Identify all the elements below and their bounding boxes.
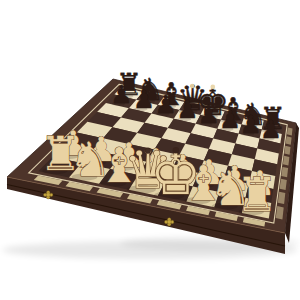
piece-black-pawn-c7: ♟ (155, 90, 177, 119)
finial-dot (173, 147, 179, 153)
border-inlay-dash (286, 136, 292, 144)
piece-black-pawn-g7: ♟ (239, 110, 261, 139)
piece-black-pawn-b7: ♟ (133, 85, 155, 114)
piece-black-pawn-e7: ♟ (198, 100, 220, 129)
border-inlay-dash (280, 179, 287, 190)
chess-set-product-photo: ♜♞♝♛♚♝♞♜♟♟♟♟♟♟♟♟♟♟♟♟♟♟♟♟♜♞♝♛♚♝♞♜ (0, 0, 300, 300)
piece-black-pawn-a7: ♟ (110, 80, 132, 109)
piece-black-pawn-h7: ♟ (260, 115, 282, 144)
finial-dot (190, 84, 195, 89)
border-inlay-dash (287, 128, 293, 136)
piece-black-pawn-d7: ♟ (176, 95, 198, 124)
border-inlay-dash (281, 167, 288, 177)
border-inlay-dash (283, 156, 290, 166)
finial-dot (210, 85, 215, 90)
piece-black-pawn-f7: ♟ (219, 105, 241, 134)
border-inlay-dash (284, 146, 290, 155)
piece-white-rook-h1: ♜ (236, 168, 278, 222)
chess-board: ♜♞♝♛♚♝♞♜♟♟♟♟♟♟♟♟♟♟♟♟♟♟♟♟♜♞♝♛♚♝♞♜ (0, 0, 300, 300)
